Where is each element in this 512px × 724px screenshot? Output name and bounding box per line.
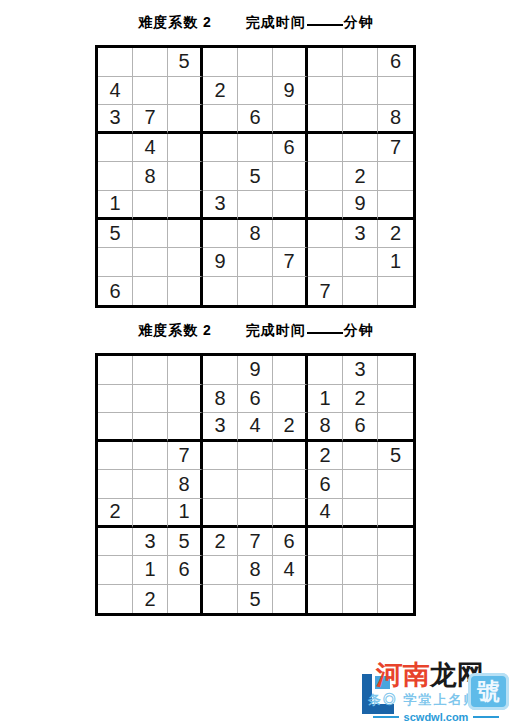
p1-cell-r3c2: 7: [133, 105, 168, 134]
p1-cell-r4c9: 7: [378, 134, 413, 163]
watermark-tagline: 条◎ 学堂上名师: [368, 691, 479, 709]
p1-cell-r1c9: 6: [378, 48, 413, 77]
p1-cell-r6c2: [133, 191, 168, 220]
p1-cell-r8c4: 9: [203, 248, 238, 277]
sudoku-grid-2: 938612342867258621435276168425: [95, 353, 416, 616]
p2-cell-r4c6: [273, 442, 308, 471]
p1-cell-r4c5: [238, 134, 273, 163]
p2-cell-r1c1: [98, 356, 133, 385]
p1-cell-r8c6: 7: [273, 248, 308, 277]
p1-cell-r2c6: 9: [273, 77, 308, 106]
p1-cell-r1c7: [308, 48, 343, 77]
p1-cell-r7c2: [133, 220, 168, 249]
p2-cell-r5c5: [238, 470, 273, 499]
p2-cell-r7c7: [308, 528, 343, 557]
puzzle-2-time-blank-line: [307, 332, 343, 334]
p2-cell-r5c9: [378, 470, 413, 499]
p1-cell-r7c4: [203, 220, 238, 249]
puzzle-1-header: 难度系数 2完成时间分钟: [0, 14, 512, 32]
p1-cell-r7c8: 3: [343, 220, 378, 249]
p2-cell-r2c1: [98, 385, 133, 414]
p1-cell-r7c5: 8: [238, 220, 273, 249]
p2-cell-r8c1: [98, 556, 133, 585]
p1-cell-r5c3: [168, 162, 203, 191]
p1-cell-r6c4: 3: [203, 191, 238, 220]
p1-cell-r7c1: 5: [98, 220, 133, 249]
p1-cell-r2c7: [308, 77, 343, 106]
p2-cell-r8c4: [203, 556, 238, 585]
p1-cell-r1c4: [203, 48, 238, 77]
puzzle-2-difficulty-label: 难度系数 2: [138, 322, 212, 338]
p2-cell-r7c2: 3: [133, 528, 168, 557]
domain-dash-right: [473, 716, 499, 718]
p1-cell-r9c2: [133, 277, 168, 306]
p2-cell-r3c5: 4: [238, 413, 273, 442]
p2-cell-r5c2: [133, 470, 168, 499]
p1-cell-r9c3: [168, 277, 203, 306]
p1-cell-r4c3: [168, 134, 203, 163]
p2-cell-r3c1: [98, 413, 133, 442]
p2-cell-r8c3: 6: [168, 556, 203, 585]
p2-cell-r9c9: [378, 585, 413, 614]
p1-cell-r3c3: [168, 105, 203, 134]
p2-cell-r2c6: [273, 385, 308, 414]
p1-cell-r4c7: [308, 134, 343, 163]
p1-cell-r1c6: [273, 48, 308, 77]
p1-cell-r2c4: 2: [203, 77, 238, 106]
p2-cell-r3c6: 2: [273, 413, 308, 442]
p2-cell-r1c3: [168, 356, 203, 385]
p2-cell-r4c7: 2: [308, 442, 343, 471]
site-watermark: 条◎ 学堂上名师 河南龙网 號 scwdwl.com: [360, 660, 512, 724]
puzzle-1-difficulty-label: 难度系数 2: [138, 14, 212, 30]
p1-cell-r6c3: [168, 191, 203, 220]
p1-cell-r3c4: [203, 105, 238, 134]
p1-cell-r8c7: [308, 248, 343, 277]
p2-cell-r1c6: [273, 356, 308, 385]
watermark-domain-row: scwdwl.com: [360, 711, 512, 723]
p2-cell-r3c7: 8: [308, 413, 343, 442]
p1-cell-r7c7: [308, 220, 343, 249]
p1-cell-r2c1: 4: [98, 77, 133, 106]
p2-cell-r6c7: 4: [308, 499, 343, 528]
p1-cell-r2c2: [133, 77, 168, 106]
p1-cell-r6c9: [378, 191, 413, 220]
p2-cell-r9c6: [273, 585, 308, 614]
p2-cell-r4c4: [203, 442, 238, 471]
p2-cell-r9c8: [343, 585, 378, 614]
p2-cell-r5c4: [203, 470, 238, 499]
p2-cell-r6c5: [238, 499, 273, 528]
p1-cell-r8c5: [238, 248, 273, 277]
puzzle-1-time-unit: 分钟: [344, 14, 374, 30]
p2-cell-r2c5: 6: [238, 385, 273, 414]
seal-icon: 號: [468, 673, 509, 710]
p1-cell-r5c8: 2: [343, 162, 378, 191]
p2-cell-r4c5: [238, 442, 273, 471]
p1-cell-r9c6: [273, 277, 308, 306]
p2-cell-r6c9: [378, 499, 413, 528]
p2-cell-r7c5: 7: [238, 528, 273, 557]
p1-cell-r2c8: [343, 77, 378, 106]
p1-cell-r9c9: [378, 277, 413, 306]
p2-cell-r8c6: 4: [273, 556, 308, 585]
p1-cell-r8c8: [343, 248, 378, 277]
p1-cell-r4c4: [203, 134, 238, 163]
p1-cell-r1c5: [238, 48, 273, 77]
puzzle-1-time-blank-line: [307, 24, 343, 26]
p1-cell-r1c8: [343, 48, 378, 77]
p2-cell-r2c4: 8: [203, 385, 238, 414]
puzzle-2-time-unit: 分钟: [344, 322, 374, 338]
p2-cell-r2c8: 2: [343, 385, 378, 414]
p2-cell-r8c8: [343, 556, 378, 585]
domain-dash-left: [373, 716, 399, 718]
p2-cell-r1c4: [203, 356, 238, 385]
p2-cell-r5c7: 6: [308, 470, 343, 499]
p1-cell-r3c1: 3: [98, 105, 133, 134]
p2-cell-r5c3: 8: [168, 470, 203, 499]
p2-cell-r8c2: 1: [133, 556, 168, 585]
p2-cell-r9c4: [203, 585, 238, 614]
p2-cell-r3c2: [133, 413, 168, 442]
p1-cell-r1c1: [98, 48, 133, 77]
p1-cell-r4c1: [98, 134, 133, 163]
p2-cell-r1c8: 3: [343, 356, 378, 385]
p1-cell-r9c1: 6: [98, 277, 133, 306]
p2-cell-r2c3: [168, 385, 203, 414]
p1-cell-r8c1: [98, 248, 133, 277]
p1-cell-r1c2: [133, 48, 168, 77]
p1-cell-r9c5: [238, 277, 273, 306]
p2-cell-r8c7: [308, 556, 343, 585]
p2-cell-r4c9: 5: [378, 442, 413, 471]
p2-cell-r1c5: 9: [238, 356, 273, 385]
p1-cell-r6c8: 9: [343, 191, 378, 220]
p2-cell-r9c7: [308, 585, 343, 614]
seal-glyph: 號: [477, 676, 500, 707]
p1-cell-r9c8: [343, 277, 378, 306]
watermark-domain: scwdwl.com: [404, 711, 469, 723]
p1-cell-r5c1: [98, 162, 133, 191]
p1-cell-r6c1: 1: [98, 191, 133, 220]
p1-cell-r5c9: [378, 162, 413, 191]
p1-cell-r5c7: [308, 162, 343, 191]
p2-cell-r7c3: 5: [168, 528, 203, 557]
p2-cell-r5c8: [343, 470, 378, 499]
p2-cell-r5c6: [273, 470, 308, 499]
p1-cell-r1c3: 5: [168, 48, 203, 77]
p1-cell-r2c9: [378, 77, 413, 106]
p1-cell-r8c9: 1: [378, 248, 413, 277]
p1-cell-r5c4: [203, 162, 238, 191]
sudoku-worksheet-page: 难度系数 2完成时间分钟 564293768467852139583297167…: [0, 0, 512, 724]
p1-cell-r3c5: 6: [238, 105, 273, 134]
p1-cell-r5c6: [273, 162, 308, 191]
p1-cell-r6c5: [238, 191, 273, 220]
p2-cell-r6c6: [273, 499, 308, 528]
p2-cell-r3c3: [168, 413, 203, 442]
p1-cell-r2c5: [238, 77, 273, 106]
p1-cell-r6c6: [273, 191, 308, 220]
p1-cell-r9c4: [203, 277, 238, 306]
p2-cell-r3c4: 3: [203, 413, 238, 442]
p2-cell-r7c9: [378, 528, 413, 557]
puzzle-2-header: 难度系数 2完成时间分钟: [0, 322, 512, 340]
p1-cell-r7c9: 2: [378, 220, 413, 249]
p1-cell-r4c6: 6: [273, 134, 308, 163]
p2-cell-r3c8: 6: [343, 413, 378, 442]
p1-cell-r7c6: [273, 220, 308, 249]
p2-cell-r7c8: [343, 528, 378, 557]
p2-cell-r1c9: [378, 356, 413, 385]
p2-cell-r8c9: [378, 556, 413, 585]
puzzle-2-time-label: 完成时间: [246, 322, 306, 338]
p2-cell-r5c1: [98, 470, 133, 499]
p2-cell-r8c5: 8: [238, 556, 273, 585]
p1-cell-r5c5: 5: [238, 162, 273, 191]
p2-cell-r9c1: [98, 585, 133, 614]
p2-cell-r4c8: [343, 442, 378, 471]
p1-cell-r2c3: [168, 77, 203, 106]
p2-cell-r4c1: [98, 442, 133, 471]
p1-cell-r7c3: [168, 220, 203, 249]
p1-cell-r8c3: [168, 248, 203, 277]
watermark-brand-red: 河南: [376, 660, 430, 690]
p2-cell-r1c2: [133, 356, 168, 385]
p2-cell-r7c6: 6: [273, 528, 308, 557]
p1-cell-r3c7: [308, 105, 343, 134]
p1-cell-r4c2: 4: [133, 134, 168, 163]
p2-cell-r1c7: [308, 356, 343, 385]
p2-cell-r7c4: 2: [203, 528, 238, 557]
p2-cell-r9c2: 2: [133, 585, 168, 614]
p2-cell-r6c2: [133, 499, 168, 528]
p2-cell-r6c1: 2: [98, 499, 133, 528]
p2-cell-r6c4: [203, 499, 238, 528]
p2-cell-r6c8: [343, 499, 378, 528]
p2-cell-r4c2: [133, 442, 168, 471]
p2-cell-r2c7: 1: [308, 385, 343, 414]
p1-cell-r3c6: [273, 105, 308, 134]
p2-cell-r7c1: [98, 528, 133, 557]
p1-cell-r3c8: [343, 105, 378, 134]
p1-cell-r4c8: [343, 134, 378, 163]
p2-cell-r4c3: 7: [168, 442, 203, 471]
p1-cell-r5c2: 8: [133, 162, 168, 191]
p2-cell-r2c2: [133, 385, 168, 414]
p1-cell-r9c7: 7: [308, 277, 343, 306]
p2-cell-r2c9: [378, 385, 413, 414]
sudoku-grid-1: 564293768467852139583297167: [95, 45, 416, 308]
p2-cell-r9c3: [168, 585, 203, 614]
p2-cell-r6c3: 1: [168, 499, 203, 528]
p1-cell-r6c7: [308, 191, 343, 220]
p2-cell-r3c9: [378, 413, 413, 442]
p1-cell-r8c2: [133, 248, 168, 277]
puzzle-1-time-label: 完成时间: [246, 14, 306, 30]
p2-cell-r9c5: 5: [238, 585, 273, 614]
p1-cell-r3c9: 8: [378, 105, 413, 134]
